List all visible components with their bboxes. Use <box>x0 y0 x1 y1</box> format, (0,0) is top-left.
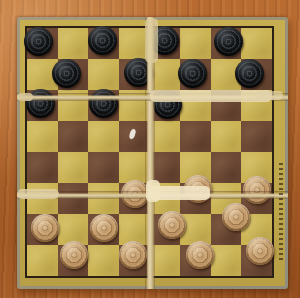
black-piece[interactable] <box>24 27 53 56</box>
white-piece[interactable] <box>186 241 214 269</box>
table-surface <box>0 0 300 298</box>
black-piece[interactable] <box>52 59 81 88</box>
white-piece[interactable] <box>119 241 147 269</box>
piece-layer <box>27 28 272 276</box>
white-piece[interactable] <box>31 214 59 242</box>
black-piece[interactable] <box>235 59 264 88</box>
white-piece[interactable] <box>184 175 212 203</box>
black-piece[interactable] <box>150 26 179 55</box>
white-piece[interactable] <box>222 203 250 231</box>
white-piece[interactable] <box>121 180 149 208</box>
white-piece[interactable] <box>243 176 271 204</box>
black-piece[interactable] <box>88 26 117 55</box>
white-piece[interactable] <box>90 214 118 242</box>
white-piece[interactable] <box>60 241 88 269</box>
white-piece[interactable] <box>246 237 274 265</box>
black-piece[interactable] <box>26 89 55 118</box>
black-piece[interactable] <box>124 58 153 87</box>
black-piece[interactable] <box>89 89 118 118</box>
black-piece[interactable] <box>178 59 207 88</box>
checkers-board <box>17 17 288 289</box>
white-piece[interactable] <box>158 211 186 239</box>
black-piece[interactable] <box>153 90 182 119</box>
black-piece[interactable] <box>214 27 243 56</box>
edge-print-strip <box>279 160 283 260</box>
